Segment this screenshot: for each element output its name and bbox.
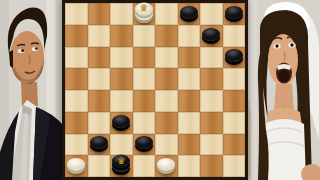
square-c8[interactable] bbox=[110, 3, 133, 25]
white-man-piece[interactable] bbox=[67, 158, 85, 171]
square-a7[interactable] bbox=[65, 25, 88, 47]
white-king-piece[interactable]: ♛ bbox=[135, 2, 153, 15]
square-d1[interactable] bbox=[133, 155, 156, 177]
square-a2[interactable] bbox=[65, 134, 88, 156]
square-e4[interactable] bbox=[155, 90, 178, 112]
square-c1[interactable]: ♛ bbox=[110, 155, 133, 177]
square-g1[interactable] bbox=[200, 155, 223, 177]
black-man-piece[interactable] bbox=[225, 6, 243, 19]
square-f5[interactable] bbox=[178, 68, 201, 90]
bride-illustration bbox=[244, 0, 320, 180]
square-d4[interactable] bbox=[133, 90, 156, 112]
black-king-piece[interactable]: ♛ bbox=[112, 155, 130, 168]
video-frame: ♛♛ bbox=[0, 0, 320, 180]
square-h4[interactable] bbox=[223, 90, 246, 112]
square-c2[interactable] bbox=[110, 134, 133, 156]
square-a6[interactable] bbox=[65, 47, 88, 69]
white-man-piece[interactable] bbox=[157, 158, 175, 171]
square-d5[interactable] bbox=[133, 68, 156, 90]
square-g5[interactable] bbox=[200, 68, 223, 90]
square-g2[interactable] bbox=[200, 134, 223, 156]
square-f2[interactable] bbox=[178, 134, 201, 156]
square-f6[interactable] bbox=[178, 47, 201, 69]
square-h7[interactable] bbox=[223, 25, 246, 47]
square-e8[interactable] bbox=[155, 3, 178, 25]
square-g7[interactable] bbox=[200, 25, 223, 47]
black-man-piece[interactable] bbox=[135, 136, 153, 149]
square-f1[interactable] bbox=[178, 155, 201, 177]
square-a1[interactable] bbox=[65, 155, 88, 177]
square-g4[interactable] bbox=[200, 90, 223, 112]
square-e1[interactable] bbox=[155, 155, 178, 177]
square-f8[interactable] bbox=[178, 3, 201, 25]
crown-icon: ♛ bbox=[140, 4, 148, 13]
square-e6[interactable] bbox=[155, 47, 178, 69]
square-a5[interactable] bbox=[65, 68, 88, 90]
square-b7[interactable] bbox=[88, 25, 111, 47]
square-h8[interactable] bbox=[223, 3, 246, 25]
square-a8[interactable] bbox=[65, 3, 88, 25]
square-b6[interactable] bbox=[88, 47, 111, 69]
square-g8[interactable] bbox=[200, 3, 223, 25]
square-d3[interactable] bbox=[133, 112, 156, 134]
square-d7[interactable] bbox=[133, 25, 156, 47]
board-grid: ♛♛ bbox=[65, 3, 245, 177]
square-b3[interactable] bbox=[88, 112, 111, 134]
black-man-piece[interactable] bbox=[202, 28, 220, 41]
square-e5[interactable] bbox=[155, 68, 178, 90]
square-b8[interactable] bbox=[88, 3, 111, 25]
square-e7[interactable] bbox=[155, 25, 178, 47]
square-c5[interactable] bbox=[110, 68, 133, 90]
black-man-piece[interactable] bbox=[225, 49, 243, 62]
square-f7[interactable] bbox=[178, 25, 201, 47]
square-b2[interactable] bbox=[88, 134, 111, 156]
square-c4[interactable] bbox=[110, 90, 133, 112]
black-man-piece[interactable] bbox=[90, 136, 108, 149]
square-f4[interactable] bbox=[178, 90, 201, 112]
bride-figure bbox=[244, 0, 320, 180]
square-h1[interactable] bbox=[223, 155, 246, 177]
square-h6[interactable] bbox=[223, 47, 246, 69]
square-d2[interactable] bbox=[133, 134, 156, 156]
square-c7[interactable] bbox=[110, 25, 133, 47]
square-b4[interactable] bbox=[88, 90, 111, 112]
square-b5[interactable] bbox=[88, 68, 111, 90]
groom-figure bbox=[0, 0, 64, 180]
square-a3[interactable] bbox=[65, 112, 88, 134]
square-d6[interactable] bbox=[133, 47, 156, 69]
checkers-board: ♛♛ bbox=[62, 0, 248, 180]
square-e2[interactable] bbox=[155, 134, 178, 156]
black-man-piece[interactable] bbox=[112, 115, 130, 128]
square-h2[interactable] bbox=[223, 134, 246, 156]
square-d8[interactable]: ♛ bbox=[133, 3, 156, 25]
square-h3[interactable] bbox=[223, 112, 246, 134]
square-a4[interactable] bbox=[65, 90, 88, 112]
crown-icon: ♛ bbox=[117, 156, 125, 165]
square-c3[interactable] bbox=[110, 112, 133, 134]
square-g3[interactable] bbox=[200, 112, 223, 134]
square-e3[interactable] bbox=[155, 112, 178, 134]
groom-illustration bbox=[0, 0, 64, 180]
black-man-piece[interactable] bbox=[180, 6, 198, 19]
square-b1[interactable] bbox=[88, 155, 111, 177]
square-h5[interactable] bbox=[223, 68, 246, 90]
square-f3[interactable] bbox=[178, 112, 201, 134]
square-g6[interactable] bbox=[200, 47, 223, 69]
square-c6[interactable] bbox=[110, 47, 133, 69]
